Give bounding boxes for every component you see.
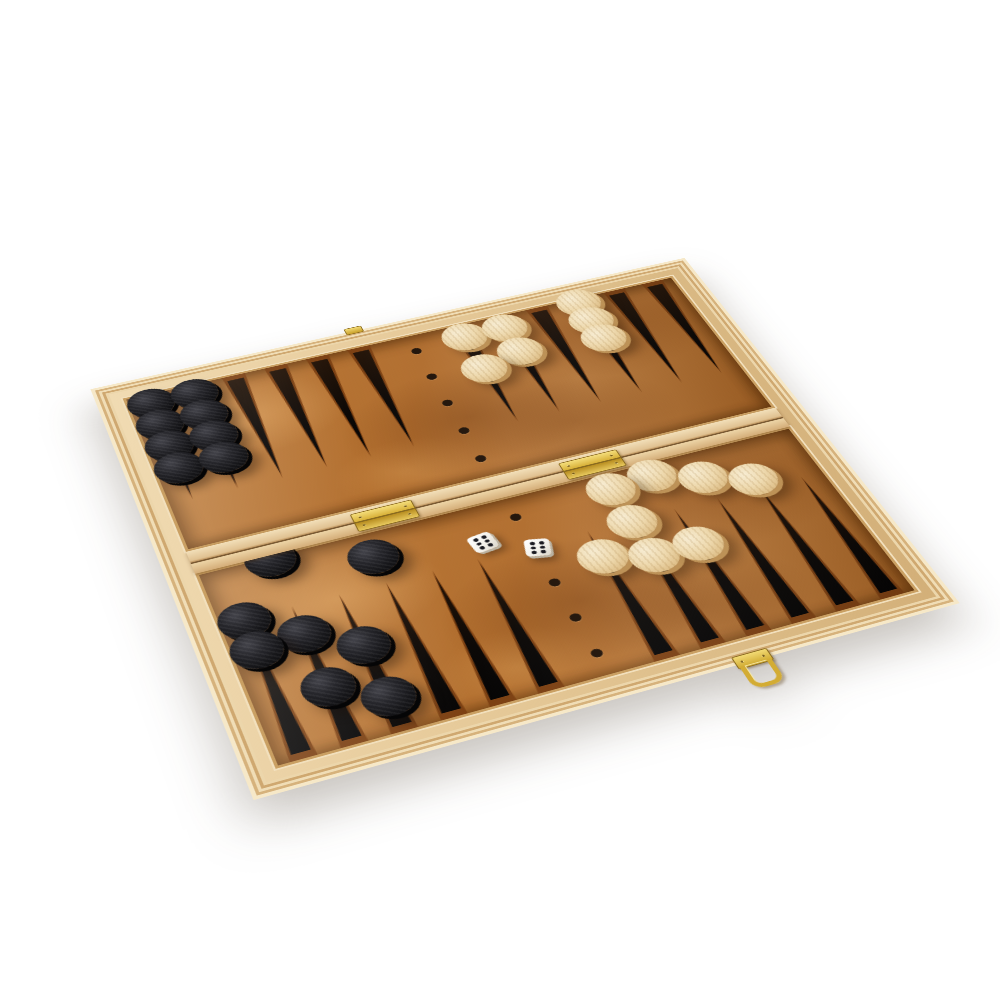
die[interactable] [523,538,552,557]
die-pip-icon [539,541,544,544]
die-pip-icon [479,546,485,550]
die-pip-icon [541,550,546,553]
die-pip-icon [531,551,536,554]
checker-black[interactable] [330,621,399,670]
checker-white[interactable] [670,457,736,498]
checker-white[interactable] [569,534,637,579]
catch-plate-icon [343,326,364,336]
backgammon-case [90,258,959,800]
die-pip-icon [487,543,493,547]
die-pip-icon [530,542,535,545]
checker-black[interactable] [294,661,364,712]
checker-black[interactable] [340,534,406,579]
checker-black[interactable] [353,671,424,722]
die-pip-icon [540,545,545,548]
checker-white[interactable] [720,459,787,500]
die-pip-icon [531,546,536,549]
die[interactable] [465,531,500,554]
product-photo-scene [0,0,1000,1000]
clasp-icon [729,647,790,691]
